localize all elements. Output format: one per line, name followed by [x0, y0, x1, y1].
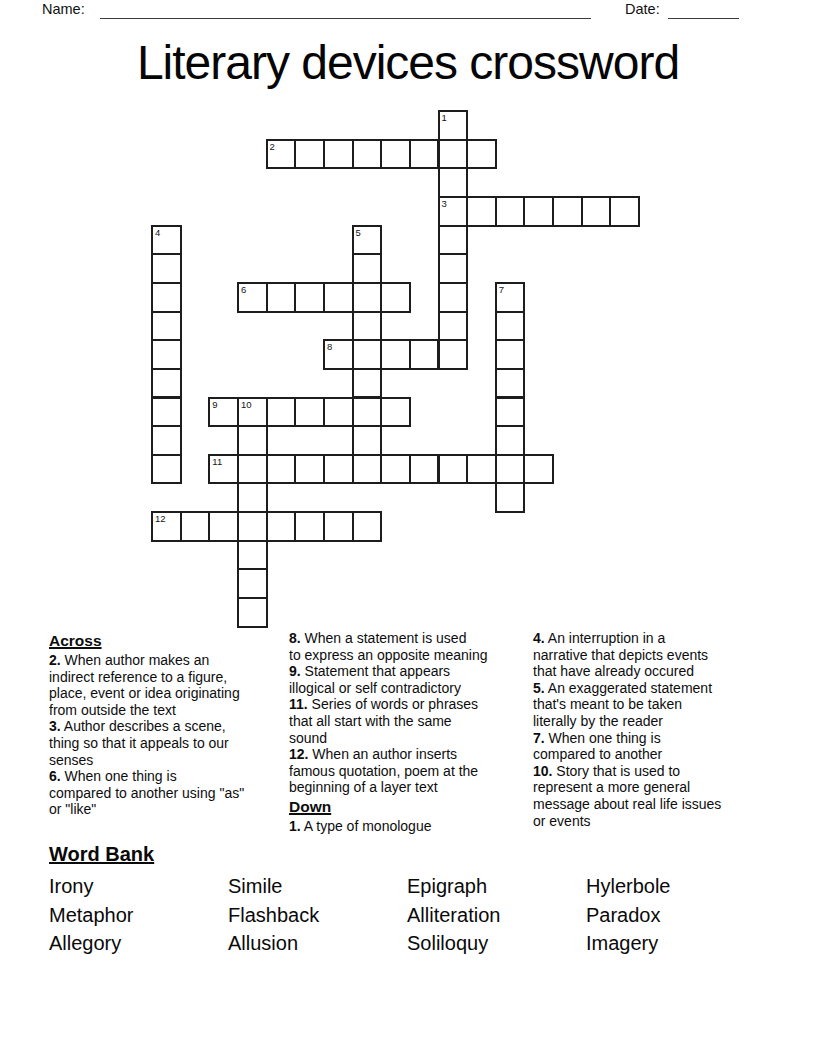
grid-cell-r4c7[interactable]: 5	[352, 225, 383, 256]
grid-cell-r6c8[interactable]	[380, 282, 411, 313]
clue-across-12: 12. When an author inserts famous quotat…	[289, 746, 543, 796]
word-bank-word-hylerbole: Hylerbole	[586, 874, 765, 903]
cell-number-8: 8	[327, 341, 332, 352]
grid-cell-r2c10[interactable]	[438, 167, 469, 198]
page-title: Literary devices crossword	[0, 34, 816, 92]
grid-cell-r14c5[interactable]	[294, 511, 325, 542]
clue-across-6: 6. When one thing is compared to another…	[49, 768, 303, 818]
grid-cell-r12c10[interactable]	[438, 454, 469, 485]
grid-cell-r3c10[interactable]: 3	[438, 196, 469, 227]
clue-down-10: 10. Story that is used to represent a mo…	[533, 763, 783, 829]
grid-cell-r6c10[interactable]	[438, 282, 469, 313]
grid-cell-r6c12[interactable]: 7	[495, 282, 526, 313]
clue-number: 1.	[289, 818, 301, 834]
grid-cell-r1c4[interactable]: 2	[266, 139, 297, 170]
grid-cell-r13c12[interactable]	[495, 482, 526, 513]
clue-text: When one thing is compared to another us…	[49, 768, 244, 817]
cell-number-9: 9	[212, 399, 217, 410]
cell-number-3: 3	[442, 198, 447, 209]
grid-cell-r7c12[interactable]	[495, 311, 526, 342]
grid-cell-r12c12[interactable]	[495, 454, 526, 485]
clue-across-9: 9. Statement that appears illogical or s…	[289, 663, 543, 696]
grid-cell-r7c7[interactable]	[352, 311, 383, 342]
grid-cell-r1c10[interactable]	[438, 139, 469, 170]
word-bank-word-simile: Simile	[228, 874, 407, 903]
grid-cell-r12c6[interactable]	[323, 454, 354, 485]
word-bank-word-irony: Irony	[49, 874, 228, 903]
grid-cell-r9c0[interactable]	[151, 368, 182, 399]
word-bank-word-metaphor: Metaphor	[49, 903, 228, 932]
grid-cell-r12c8[interactable]	[380, 454, 411, 485]
grid-cell-r10c12[interactable]	[495, 397, 526, 428]
grid-cell-r12c13[interactable]	[523, 454, 554, 485]
cell-number-10: 10	[241, 399, 252, 410]
cell-number-12: 12	[155, 513, 166, 524]
grid-cell-r6c7[interactable]	[352, 282, 383, 313]
grid-cell-r1c9[interactable]	[409, 139, 440, 170]
grid-cell-r8c12[interactable]	[495, 339, 526, 370]
grid-cell-r12c11[interactable]	[466, 454, 497, 485]
clue-across-11: 11. Series of words or phrases that all …	[289, 696, 543, 746]
grid-cell-r4c0[interactable]: 4	[151, 225, 182, 256]
grid-cell-r15c3[interactable]	[237, 540, 268, 571]
grid-cell-r1c5[interactable]	[294, 139, 325, 170]
grid-cell-r3c16[interactable]	[609, 196, 640, 227]
grid-cell-r10c4[interactable]	[266, 397, 297, 428]
grid-cell-r10c8[interactable]	[380, 397, 411, 428]
grid-cell-r3c14[interactable]	[552, 196, 583, 227]
clue-number: 6.	[49, 768, 61, 784]
grid-cell-r9c12[interactable]	[495, 368, 526, 399]
grid-cell-r6c5[interactable]	[294, 282, 325, 313]
grid-cell-r6c0[interactable]	[151, 282, 182, 313]
grid-cell-r1c11[interactable]	[466, 139, 497, 170]
clues-column-3: 4. An interruption in a narrative that d…	[533, 630, 783, 829]
grid-cell-r4c10[interactable]	[438, 225, 469, 256]
cell-number-5: 5	[356, 227, 361, 238]
grid-cell-r11c0[interactable]	[151, 425, 182, 456]
cell-number-7: 7	[499, 284, 504, 295]
word-bank-word-soliloquy: Soliloquy	[407, 931, 586, 960]
grid-cell-r1c8[interactable]	[380, 139, 411, 170]
clue-across-8: 8. When a statement is used to express a…	[289, 630, 543, 663]
clue-number: 10.	[533, 763, 552, 779]
clue-text: When one thing is compared to another	[533, 730, 662, 763]
clue-across-3: 3. Author describes a scene, thing so th…	[49, 718, 303, 768]
cell-number-1: 1	[442, 112, 447, 123]
grid-cell-r6c6[interactable]	[323, 282, 354, 313]
grid-cell-r14c4[interactable]	[266, 511, 297, 542]
grid-cell-r3c15[interactable]	[581, 196, 612, 227]
word-bank-word-allegory: Allegory	[49, 931, 228, 960]
word-bank-title: Word Bank	[49, 843, 154, 866]
clue-text: When an author inserts famous quotation,…	[289, 746, 478, 795]
crossword-grid: 123456789101112	[151, 110, 671, 650]
clue-number: 5.	[533, 680, 545, 696]
clue-text: Series of words or phrases that all star…	[289, 696, 478, 745]
grid-cell-r7c0[interactable]	[151, 311, 182, 342]
clue-across-2: 2. When author makes an indirect referen…	[49, 652, 303, 718]
clues-column-2: 8. When a statement is used to express a…	[289, 630, 543, 835]
date-label: Date:	[625, 1, 660, 17]
clue-text: When a statement is used to express an o…	[289, 630, 487, 663]
grid-cell-r6c3[interactable]: 6	[237, 282, 268, 313]
clue-text: An exaggerated statement that's meant to…	[533, 680, 712, 729]
name-blank-line[interactable]	[100, 3, 591, 19]
name-label: Name:	[42, 1, 85, 17]
clue-number: 8.	[289, 630, 301, 646]
clue-down-1: 1. A type of monologue	[289, 818, 543, 835]
grid-cell-r11c3[interactable]	[237, 425, 268, 456]
grid-cell-r0c10[interactable]: 1	[438, 110, 469, 141]
clue-text: Author describes a scene, thing so that …	[49, 718, 229, 767]
word-bank-word-epigraph: Epigraph	[407, 874, 586, 903]
grid-cell-r12c7[interactable]	[352, 454, 383, 485]
date-blank-line[interactable]	[668, 3, 739, 19]
clue-text: Story that is used to represent a more g…	[533, 763, 721, 829]
clue-down-7: 7. When one thing is compared to another	[533, 730, 783, 763]
grid-cell-r16c3[interactable]	[237, 568, 268, 599]
grid-cell-r5c7[interactable]	[352, 253, 383, 284]
grid-cell-r3c11[interactable]	[466, 196, 497, 227]
word-bank-list: IronySimileEpigraphHylerboleMetaphorFlas…	[49, 874, 799, 960]
cell-number-2: 2	[270, 141, 275, 152]
grid-cell-r8c8[interactable]	[380, 339, 411, 370]
grid-cell-r14c0[interactable]: 12	[151, 511, 182, 542]
grid-cell-r8c9[interactable]	[409, 339, 440, 370]
grid-cell-r10c2[interactable]: 9	[208, 397, 239, 428]
cell-number-4: 4	[155, 227, 160, 238]
grid-cell-r8c10[interactable]	[438, 339, 469, 370]
clue-number: 2.	[49, 652, 61, 668]
grid-cell-r14c1[interactable]	[180, 511, 211, 542]
clue-number: 3.	[49, 718, 61, 734]
grid-cell-r12c9[interactable]	[409, 454, 440, 485]
grid-cell-r11c7[interactable]	[352, 425, 383, 456]
grid-cell-r10c3[interactable]: 10	[237, 397, 268, 428]
clue-down-5: 5. An exaggerated statement that's meant…	[533, 680, 783, 730]
grid-cell-r12c0[interactable]	[151, 454, 182, 485]
word-bank-word-paradox: Paradox	[586, 903, 765, 932]
grid-cell-r1c7[interactable]	[352, 139, 383, 170]
grid-cell-r14c3[interactable]	[237, 511, 268, 542]
grid-cell-r10c5[interactable]	[294, 397, 325, 428]
clues-across-header: Across	[49, 630, 303, 651]
grid-cell-r11c12[interactable]	[495, 425, 526, 456]
clue-number: 7.	[533, 730, 545, 746]
grid-cell-r8c7[interactable]	[352, 339, 383, 370]
worksheet-page: Name: Date: Literary devices crossword 1…	[0, 0, 816, 1056]
grid-cell-r8c6[interactable]: 8	[323, 339, 354, 370]
grid-cell-r13c3[interactable]	[237, 482, 268, 513]
clue-number: 12.	[289, 746, 308, 762]
grid-cell-r12c4[interactable]	[266, 454, 297, 485]
grid-cell-r12c2[interactable]: 11	[208, 454, 239, 485]
grid-cell-r5c0[interactable]	[151, 253, 182, 284]
clues-column-1: Across2. When author makes an indirect r…	[49, 630, 303, 818]
grid-cell-r6c4[interactable]	[266, 282, 297, 313]
cell-number-11: 11	[212, 456, 222, 467]
grid-cell-r8c0[interactable]	[151, 339, 182, 370]
grid-cell-r14c7[interactable]	[352, 511, 383, 542]
grid-cell-r3c13[interactable]	[523, 196, 554, 227]
clue-down-4: 4. An interruption in a narrative that d…	[533, 630, 783, 680]
grid-cell-r10c7[interactable]	[352, 397, 383, 428]
clues-down-header: Down	[289, 796, 543, 817]
grid-cell-r9c7[interactable]	[352, 368, 383, 399]
clue-number: 11.	[289, 696, 308, 712]
grid-cell-r12c3[interactable]	[237, 454, 268, 485]
grid-cell-r10c0[interactable]	[151, 397, 182, 428]
grid-cell-r17c3[interactable]	[237, 597, 268, 628]
grid-cell-r3c12[interactable]	[495, 196, 526, 227]
word-bank-word-imagery: Imagery	[586, 931, 765, 960]
word-bank-word-flashback: Flashback	[228, 903, 407, 932]
clue-number: 9.	[289, 663, 301, 679]
clue-text: When author makes an indirect reference …	[49, 652, 240, 718]
word-bank-word-allusion: Allusion	[228, 931, 407, 960]
clue-text: An interruption in a narrative that depi…	[533, 630, 708, 679]
grid-cell-r12c5[interactable]	[294, 454, 325, 485]
cell-number-6: 6	[241, 284, 246, 295]
clue-number: 4.	[533, 630, 545, 646]
grid-cell-r10c6[interactable]	[323, 397, 354, 428]
word-bank-word-alliteration: Alliteration	[407, 903, 586, 932]
grid-cell-r14c6[interactable]	[323, 511, 354, 542]
grid-cell-r5c10[interactable]	[438, 253, 469, 284]
clue-text: Statement that appears illogical or self…	[289, 663, 461, 696]
grid-cell-r1c6[interactable]	[323, 139, 354, 170]
grid-cell-r7c10[interactable]	[438, 311, 469, 342]
clue-text: A type of monologue	[304, 818, 432, 834]
grid-cell-r14c2[interactable]	[208, 511, 239, 542]
